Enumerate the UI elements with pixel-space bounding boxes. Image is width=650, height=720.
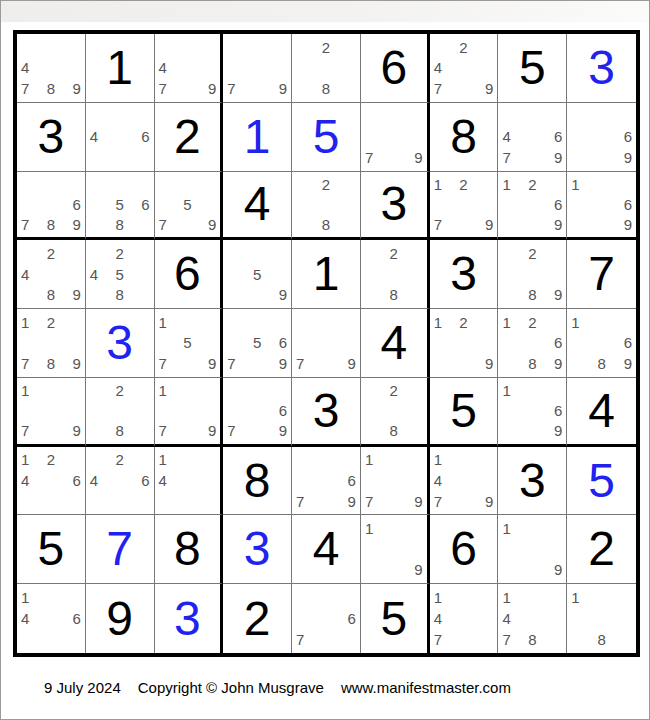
given-digit: 5 (17, 515, 85, 583)
cell-r8c3[interactable]: 8 (155, 515, 224, 584)
pencil-mark: 4 (159, 58, 178, 79)
pencil-mark: 2 (384, 381, 403, 401)
pencil-mark: 2 (110, 243, 130, 264)
pencil-mark: 2 (316, 37, 336, 58)
pencil-mark: 5 (178, 194, 197, 214)
footer-copyright: Copyright © John Musgrave (138, 679, 324, 696)
cell-r8c4[interactable]: 3 (223, 515, 292, 584)
pencil-mark: 7 (227, 78, 247, 99)
pencil-marks: 6789 (17, 172, 85, 238)
pencil-mark: 5 (247, 333, 267, 354)
pencil-mark: 1 (159, 450, 178, 471)
cell-r9c7[interactable]: 147 (430, 584, 499, 653)
pencil-mark: 4 (21, 608, 41, 629)
pencil-mark: 2 (522, 175, 542, 195)
pencil-mark: 8 (522, 285, 542, 306)
pencil-marks: 169 (567, 172, 636, 238)
pencil-marks: 28 (361, 240, 427, 308)
cell-r4c3[interactable]: 6 (155, 240, 224, 309)
pencil-mark: 7 (502, 147, 522, 168)
pencil-mark: 7 (159, 421, 178, 441)
cell-r2c4[interactable]: 1 (223, 103, 292, 172)
given-digit: 3 (430, 240, 498, 308)
given-digit: 3 (17, 103, 85, 171)
cell-r9c8[interactable]: 1478 (498, 584, 567, 653)
pencil-mark: 4 (502, 126, 522, 147)
cell-r9c4[interactable]: 2 (223, 584, 292, 653)
pencil-marks: 169 (498, 378, 566, 444)
cell-r3c3[interactable]: 579 (155, 172, 224, 241)
cell-r1c6[interactable]: 6 (361, 34, 430, 103)
pencil-marks: 12789 (17, 309, 85, 377)
given-digit: 3 (361, 172, 427, 238)
pencil-marks: 2458 (86, 240, 154, 308)
cell-r8c7[interactable]: 6 (430, 515, 499, 584)
given-digit: 2 (155, 103, 221, 171)
pencil-mark: 7 (296, 629, 316, 650)
solved-digit: 5 (292, 103, 360, 171)
pencil-marks: 4789 (17, 34, 85, 102)
pencil-mark: 9 (542, 421, 562, 441)
pencil-mark: 4 (90, 264, 110, 285)
given-digit: 2 (223, 584, 291, 653)
pencil-marks: 79 (223, 34, 291, 102)
pencil-marks: 69 (567, 103, 636, 171)
cell-r1c1[interactable]: 4789 (17, 34, 86, 103)
cell-r1c3[interactable]: 479 (155, 34, 224, 103)
pencil-mark: 9 (542, 214, 562, 234)
pencil-marks: 2479 (430, 34, 498, 102)
pencil-mark: 6 (612, 126, 632, 147)
pencil-mark: 4 (502, 608, 522, 629)
pencil-mark: 6 (130, 470, 150, 491)
cell-r8c8[interactable]: 19 (498, 515, 567, 584)
cell-r7c1[interactable]: 1246 (17, 447, 86, 516)
cell-r7c2[interactable]: 246 (86, 447, 155, 516)
given-digit: 8 (155, 515, 221, 583)
pencil-mark: 9 (197, 353, 216, 374)
pencil-mark: 5 (178, 333, 197, 354)
pencil-marks: 1579 (155, 309, 221, 377)
solved-digit: 7 (86, 515, 154, 583)
pencil-mark: 7 (365, 147, 384, 168)
pencil-marks: 679 (292, 447, 360, 515)
pencil-marks: 579 (155, 172, 221, 238)
pencil-mark: 7 (434, 78, 454, 99)
cell-r1c9[interactable]: 3 (567, 34, 636, 103)
cell-r1c5[interactable]: 28 (292, 34, 361, 103)
pencil-marks: 1478 (498, 584, 566, 653)
pencil-mark: 9 (474, 491, 494, 512)
pencil-mark: 9 (197, 214, 216, 234)
pencil-mark: 7 (21, 214, 41, 234)
cell-r6c2[interactable]: 28 (86, 378, 155, 447)
pencil-marks: 19 (361, 515, 427, 583)
cell-r3c8[interactable]: 1269 (498, 172, 567, 241)
pencil-mark: 8 (591, 353, 611, 374)
pencil-mark: 2 (522, 312, 542, 333)
pencil-mark: 5 (110, 264, 130, 285)
pencil-mark: 6 (61, 470, 81, 491)
pencil-mark: 6 (542, 126, 562, 147)
pencil-mark: 1 (159, 381, 178, 401)
pencil-mark: 1 (502, 312, 522, 333)
cell-r3c7[interactable]: 1279 (430, 172, 499, 241)
cell-r9c2[interactable]: 9 (86, 584, 155, 653)
given-digit: 5 (430, 378, 498, 444)
pencil-mark: 2 (110, 381, 130, 401)
cell-r5c7[interactable]: 129 (430, 309, 499, 378)
pencil-mark: 9 (61, 285, 81, 306)
pencil-mark: 9 (267, 78, 287, 99)
pencil-mark: 9 (61, 353, 81, 374)
cell-r7c8[interactable]: 3 (498, 447, 567, 516)
pencil-mark: 7 (227, 353, 247, 374)
pencil-mark: 7 (21, 78, 41, 99)
pencil-mark: 7 (434, 491, 454, 512)
solved-digit: 3 (223, 515, 291, 583)
pencil-mark: 8 (384, 285, 403, 306)
given-digit: 3 (498, 447, 566, 515)
pencil-marks: 1689 (567, 309, 636, 377)
given-digit: 6 (361, 34, 427, 102)
pencil-mark: 7 (227, 421, 247, 441)
pencil-mark: 1 (434, 312, 454, 333)
given-digit: 9 (86, 584, 154, 653)
cell-r7c3[interactable]: 14 (155, 447, 224, 516)
pencil-marks: 59 (223, 240, 291, 308)
cell-r6c1[interactable]: 179 (17, 378, 86, 447)
given-digit: 8 (430, 103, 498, 171)
cell-r1c7[interactable]: 2479 (430, 34, 499, 103)
given-digit: 5 (498, 34, 566, 102)
cell-r6c7[interactable]: 5 (430, 378, 499, 447)
pencil-mark: 1 (434, 450, 454, 471)
cell-r2c8[interactable]: 4679 (498, 103, 567, 172)
pencil-marks: 679 (223, 378, 291, 444)
cell-r7c5[interactable]: 679 (292, 447, 361, 516)
cell-r1c2[interactable]: 1 (86, 34, 155, 103)
pencil-marks: 5679 (223, 309, 291, 377)
given-digit: 2 (567, 515, 636, 583)
pencil-marks: 146 (17, 584, 85, 653)
given-digit: 6 (430, 515, 498, 583)
pencil-mark: 6 (130, 126, 150, 147)
pencil-mark: 6 (612, 333, 632, 354)
cell-r9c6[interactable]: 5 (361, 584, 430, 653)
pencil-mark: 1 (434, 587, 454, 608)
cell-r4c2[interactable]: 2458 (86, 240, 155, 309)
pencil-marks: 79 (361, 103, 427, 171)
pencil-mark: 7 (21, 421, 41, 441)
pencil-mark: 6 (130, 194, 150, 214)
pencil-marks: 46 (86, 103, 154, 171)
cell-r3c2[interactable]: 568 (86, 172, 155, 241)
pencil-mark: 9 (542, 285, 562, 306)
pencil-mark: 7 (159, 353, 178, 374)
pencil-marks: 1269 (498, 172, 566, 238)
pencil-mark: 1 (502, 587, 522, 608)
pencil-mark: 2 (41, 450, 61, 471)
cell-r6c4[interactable]: 679 (223, 378, 292, 447)
cell-r5c4[interactable]: 5679 (223, 309, 292, 378)
pencil-marks: 129 (430, 309, 498, 377)
cell-r3c9[interactable]: 169 (567, 172, 636, 241)
pencil-mark: 1 (365, 450, 384, 471)
pencil-mark: 8 (316, 78, 336, 99)
pencil-marks: 28 (292, 172, 360, 238)
cell-r5c2[interactable]: 3 (86, 309, 155, 378)
pencil-marks: 246 (86, 447, 154, 515)
cell-r4c7[interactable]: 3 (430, 240, 499, 309)
pencil-mark: 1 (571, 175, 591, 195)
solved-digit: 5 (567, 447, 636, 515)
solved-digit: 1 (223, 103, 291, 171)
pencil-marks: 1479 (430, 447, 498, 515)
cell-r2c6[interactable]: 79 (361, 103, 430, 172)
pencil-mark: 2 (522, 243, 542, 264)
pencil-mark: 4 (434, 608, 454, 629)
pencil-mark: 2 (41, 243, 61, 264)
cell-r3c4[interactable]: 4 (223, 172, 292, 241)
pencil-mark: 8 (384, 421, 403, 441)
cell-r4c8[interactable]: 289 (498, 240, 567, 309)
solved-digit: 3 (86, 309, 154, 377)
pencil-mark: 1 (502, 175, 522, 195)
top-band (1, 1, 649, 23)
cell-r2c9[interactable]: 69 (567, 103, 636, 172)
pencil-mark: 8 (110, 285, 130, 306)
pencil-mark: 2 (454, 175, 474, 195)
sudoku-board: 4789147979286247953346215798467969678956… (13, 30, 640, 657)
pencil-marks: 289 (498, 240, 566, 308)
pencil-mark: 1 (21, 587, 41, 608)
pencil-mark: 7 (296, 491, 316, 512)
given-digit: 3 (292, 378, 360, 444)
cell-r9c9[interactable]: 18 (567, 584, 636, 653)
pencil-mark: 9 (612, 214, 632, 234)
pencil-mark: 6 (612, 194, 632, 214)
cell-r5c8[interactable]: 12689 (498, 309, 567, 378)
pencil-mark: 9 (61, 78, 81, 99)
cell-r7c6[interactable]: 179 (361, 447, 430, 516)
pencil-mark: 6 (542, 194, 562, 214)
given-digit: 8 (223, 447, 291, 515)
pencil-mark: 7 (502, 629, 522, 650)
cell-r5c5[interactable]: 79 (292, 309, 361, 378)
pencil-mark: 4 (90, 470, 110, 491)
cell-r5c9[interactable]: 1689 (567, 309, 636, 378)
pencil-mark: 9 (474, 214, 494, 234)
cell-r4c4[interactable]: 59 (223, 240, 292, 309)
cell-r8c2[interactable]: 7 (86, 515, 155, 584)
pencil-mark: 9 (403, 147, 422, 168)
pencil-mark: 6 (542, 333, 562, 354)
pencil-mark: 4 (21, 264, 41, 285)
cell-r6c8[interactable]: 169 (498, 378, 567, 447)
pencil-mark: 2 (454, 37, 474, 58)
pencil-mark: 6 (267, 333, 287, 354)
pencil-mark: 8 (522, 629, 542, 650)
cell-r5c1[interactable]: 12789 (17, 309, 86, 378)
cell-r7c7[interactable]: 1479 (430, 447, 499, 516)
pencil-mark: 9 (612, 147, 632, 168)
cell-r1c4[interactable]: 79 (223, 34, 292, 103)
pencil-marks: 4679 (498, 103, 566, 171)
cell-r6c6[interactable]: 28 (361, 378, 430, 447)
pencil-mark: 8 (110, 214, 130, 234)
pencil-marks: 568 (86, 172, 154, 238)
footer-website: www.manifestmaster.com (341, 679, 511, 696)
pencil-marks: 19 (498, 515, 566, 583)
pencil-mark: 6 (267, 401, 287, 421)
pencil-mark: 9 (61, 421, 81, 441)
cell-r2c2[interactable]: 46 (86, 103, 155, 172)
cell-r4c1[interactable]: 2489 (17, 240, 86, 309)
pencil-mark: 9 (336, 353, 356, 374)
pencil-mark: 6 (542, 401, 562, 421)
pencil-mark: 9 (542, 353, 562, 374)
pencil-marks: 28 (292, 34, 360, 102)
cell-r2c3[interactable]: 2 (155, 103, 224, 172)
pencil-mark: 4 (159, 470, 178, 491)
pencil-mark: 6 (336, 470, 356, 491)
pencil-marks: 179 (361, 447, 427, 515)
pencil-mark: 9 (403, 491, 422, 512)
cell-r2c5[interactable]: 5 (292, 103, 361, 172)
pencil-marks: 179 (155, 378, 221, 444)
pencil-mark: 7 (21, 353, 41, 374)
pencil-mark: 1 (159, 312, 178, 333)
cell-r1c8[interactable]: 5 (498, 34, 567, 103)
cell-r9c3[interactable]: 3 (155, 584, 224, 653)
pencil-mark: 1 (21, 381, 41, 401)
pencil-mark: 1 (502, 518, 522, 539)
given-digit: 7 (567, 240, 636, 308)
cell-r5c3[interactable]: 1579 (155, 309, 224, 378)
pencil-marks: 1279 (430, 172, 498, 238)
pencil-mark: 9 (197, 421, 216, 441)
pencil-mark: 9 (61, 214, 81, 234)
pencil-mark: 4 (90, 126, 110, 147)
footer-date: 9 July 2024 (44, 679, 121, 696)
pencil-mark: 9 (542, 147, 562, 168)
pencil-mark: 9 (267, 353, 287, 374)
solved-digit: 3 (567, 34, 636, 102)
pencil-mark: 1 (21, 312, 41, 333)
given-digit: 4 (361, 309, 427, 377)
cell-r3c6[interactable]: 3 (361, 172, 430, 241)
cell-r7c4[interactable]: 8 (223, 447, 292, 516)
cell-r6c5[interactable]: 3 (292, 378, 361, 447)
cell-r9c1[interactable]: 146 (17, 584, 86, 653)
cell-r5c6[interactable]: 4 (361, 309, 430, 378)
cell-r3c1[interactable]: 6789 (17, 172, 86, 241)
pencil-mark: 7 (365, 491, 384, 512)
cell-r8c9[interactable]: 2 (567, 515, 636, 584)
cell-r2c1[interactable]: 3 (17, 103, 86, 172)
pencil-marks: 18 (567, 584, 636, 653)
pencil-marks: 14 (155, 447, 221, 515)
pencil-mark: 1 (571, 312, 591, 333)
cell-r4c6[interactable]: 28 (361, 240, 430, 309)
pencil-mark: 4 (21, 58, 41, 79)
pencil-mark: 1 (571, 587, 591, 608)
pencil-mark: 8 (41, 78, 61, 99)
pencil-mark: 7 (296, 353, 316, 374)
cell-r4c9[interactable]: 7 (567, 240, 636, 309)
pencil-marks: 147 (430, 584, 498, 653)
pencil-marks: 67 (292, 584, 360, 653)
cell-r9c5[interactable]: 67 (292, 584, 361, 653)
given-digit: 4 (567, 378, 636, 444)
pencil-mark: 1 (502, 381, 522, 401)
pencil-marks: 1246 (17, 447, 85, 515)
cell-r8c1[interactable]: 5 (17, 515, 86, 584)
cell-r7c9[interactable]: 5 (567, 447, 636, 516)
pencil-mark: 9 (336, 491, 356, 512)
given-digit: 4 (223, 172, 291, 238)
pencil-mark: 2 (110, 450, 130, 471)
pencil-marks: 179 (17, 378, 85, 444)
cell-r6c3[interactable]: 179 (155, 378, 224, 447)
pencil-mark: 4 (434, 58, 454, 79)
given-digit: 6 (155, 240, 221, 308)
pencil-mark: 6 (61, 194, 81, 214)
pencil-mark: 8 (41, 285, 61, 306)
pencil-mark: 9 (267, 285, 287, 306)
cell-r4c5[interactable]: 1 (292, 240, 361, 309)
cell-r6c9[interactable]: 4 (567, 378, 636, 447)
cell-r8c6[interactable]: 19 (361, 515, 430, 584)
pencil-mark: 7 (434, 629, 454, 650)
pencil-mark: 9 (403, 560, 422, 581)
pencil-mark: 9 (267, 421, 287, 441)
pencil-marks: 79 (292, 309, 360, 377)
pencil-mark: 7 (159, 78, 178, 99)
pencil-mark: 5 (247, 264, 267, 285)
given-digit: 5 (361, 584, 427, 653)
pencil-mark: 8 (41, 214, 61, 234)
pencil-marks: 28 (86, 378, 154, 444)
pencil-mark: 7 (159, 214, 178, 234)
cell-r3c5[interactable]: 28 (292, 172, 361, 241)
pencil-mark: 8 (41, 353, 61, 374)
pencil-mark: 1 (434, 175, 454, 195)
pencil-marks: 479 (155, 34, 221, 102)
pencil-marks: 2489 (17, 240, 85, 308)
cell-r2c7[interactable]: 8 (430, 103, 499, 172)
pencil-mark: 4 (21, 470, 41, 491)
pencil-marks: 28 (361, 378, 427, 444)
pencil-mark: 5 (110, 194, 130, 214)
pencil-marks: 12689 (498, 309, 566, 377)
solved-digit: 3 (155, 584, 221, 653)
cell-r8c5[interactable]: 4 (292, 515, 361, 584)
sudoku-page: 4789147979286247953346215798467969678956… (0, 0, 650, 720)
pencil-mark: 2 (384, 243, 403, 264)
pencil-mark: 8 (316, 214, 336, 234)
pencil-mark: 6 (61, 608, 81, 629)
pencil-mark: 9 (197, 78, 216, 99)
pencil-mark: 8 (110, 421, 130, 441)
pencil-mark: 2 (316, 175, 336, 195)
footer: 9 July 2024 Copyright © John Musgrave ww… (44, 679, 511, 696)
given-digit: 1 (86, 34, 154, 102)
pencil-mark: 9 (474, 78, 494, 99)
given-digit: 4 (292, 515, 360, 583)
pencil-mark: 7 (434, 214, 454, 234)
